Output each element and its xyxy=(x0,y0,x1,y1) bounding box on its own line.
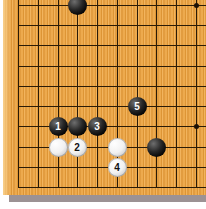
move-number-label: 5 xyxy=(134,101,140,112)
grid-line-vertical xyxy=(97,0,98,188)
grid-line-vertical xyxy=(196,0,197,188)
black-stone-d10[interactable] xyxy=(68,0,87,15)
grid-line-horizontal xyxy=(18,86,206,87)
grid-line-vertical xyxy=(77,0,78,188)
white-stone-c3[interactable] xyxy=(49,138,68,157)
move-number-label: 4 xyxy=(114,162,120,173)
black-stone-h3[interactable] xyxy=(147,138,166,157)
white-stone-f2[interactable]: 4 xyxy=(108,158,127,177)
star-point-k10 xyxy=(194,3,199,8)
move-number-label: 1 xyxy=(55,121,61,132)
board-bottom-shadow xyxy=(9,195,206,202)
grid-line-horizontal xyxy=(18,45,206,46)
star-point-k4 xyxy=(194,124,199,129)
grid-line-vertical xyxy=(18,0,19,188)
black-stone-d4[interactable] xyxy=(68,117,87,136)
white-stone-d3[interactable]: 2 xyxy=(68,138,87,157)
black-stone-c4[interactable]: 1 xyxy=(49,117,68,136)
grid-line-vertical xyxy=(58,0,59,188)
move-number-label: 3 xyxy=(94,121,100,132)
grid-line-vertical xyxy=(156,0,157,188)
grid-line-horizontal xyxy=(18,25,206,26)
grid-line-vertical xyxy=(176,0,177,188)
black-stone-e4[interactable]: 3 xyxy=(88,117,107,136)
white-stone-f3[interactable] xyxy=(108,138,127,157)
black-stone-g5[interactable]: 5 xyxy=(128,97,147,116)
grid-line-horizontal xyxy=(18,187,206,188)
grid-line-vertical xyxy=(137,0,138,188)
grid-line-vertical xyxy=(38,0,39,188)
grid-line-horizontal xyxy=(18,106,206,107)
go-diagram: 51324 xyxy=(0,0,206,209)
board-left-edge-bevel xyxy=(3,0,11,195)
grid-line-horizontal xyxy=(18,5,206,6)
grid-line-horizontal xyxy=(18,66,206,67)
move-number-label: 2 xyxy=(74,142,80,153)
grid-line-horizontal xyxy=(18,126,206,127)
